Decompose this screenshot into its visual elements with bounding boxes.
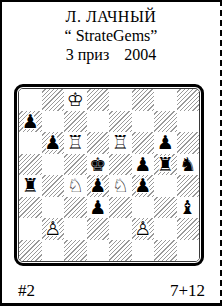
material-count-label: 7+12 bbox=[170, 281, 205, 301]
square-b7[interactable] bbox=[42, 111, 65, 133]
square-h3[interactable]: ♝ bbox=[177, 197, 200, 219]
square-e5[interactable] bbox=[109, 154, 132, 176]
square-d5[interactable]: ♚ bbox=[87, 154, 110, 176]
white-king-piece: ♔ bbox=[67, 90, 84, 109]
black-pawn-piece: ♟ bbox=[134, 176, 151, 195]
black-rook-piece: ♜ bbox=[22, 176, 39, 195]
square-e4[interactable]: ♘ bbox=[109, 175, 132, 197]
square-d6[interactable] bbox=[87, 132, 110, 154]
black-pawn-piece: ♟ bbox=[157, 133, 174, 152]
problem-header: Л. ЛАЧНЫЙ “ StrateGems” 3 приз 2004 bbox=[2, 2, 220, 64]
square-d8[interactable] bbox=[87, 89, 110, 111]
chess-problem-diagram: Л. ЛАЧНЫЙ “ StrateGems” 3 приз 2004 ♔♟♟♖… bbox=[0, 0, 222, 306]
square-b1[interactable] bbox=[42, 240, 65, 262]
square-h2[interactable] bbox=[177, 218, 200, 240]
square-f1[interactable] bbox=[132, 240, 155, 262]
square-h1[interactable] bbox=[177, 240, 200, 262]
square-c4[interactable]: ♘ bbox=[64, 175, 87, 197]
black-bishop-piece: ♝ bbox=[179, 198, 196, 217]
square-f2[interactable]: ♙ bbox=[132, 218, 155, 240]
square-g8[interactable] bbox=[154, 89, 177, 111]
black-pawn-piece: ♟ bbox=[44, 133, 61, 152]
white-rook-piece: ♖ bbox=[67, 133, 84, 152]
white-pawn-piece: ♙ bbox=[134, 219, 151, 238]
prize-label: 3 приз bbox=[66, 45, 109, 64]
caption-row: #2 7+12 bbox=[2, 281, 220, 301]
square-c2[interactable] bbox=[64, 218, 87, 240]
square-b4[interactable] bbox=[42, 175, 65, 197]
black-knight-piece: ♞ bbox=[179, 155, 196, 174]
black-rook-piece: ♜ bbox=[157, 155, 174, 174]
black-pawn-piece: ♟ bbox=[134, 155, 151, 174]
square-d4[interactable]: ♟ bbox=[87, 175, 110, 197]
square-h7[interactable] bbox=[177, 111, 200, 133]
square-f3[interactable] bbox=[132, 197, 155, 219]
square-f5[interactable]: ♟ bbox=[132, 154, 155, 176]
square-c6[interactable]: ♖ bbox=[64, 132, 87, 154]
white-knight-piece: ♘ bbox=[112, 176, 129, 195]
black-pawn-piece: ♟ bbox=[89, 198, 106, 217]
square-c7[interactable] bbox=[64, 111, 87, 133]
square-e8[interactable] bbox=[109, 89, 132, 111]
chess-board-frame: ♔♟♟♖♖♟♚♟♜♞♜♘♟♘♟♟♝♙♙ bbox=[14, 84, 204, 266]
square-h5[interactable]: ♞ bbox=[177, 154, 200, 176]
chess-board[interactable]: ♔♟♟♖♖♟♚♟♜♞♜♘♟♘♟♟♝♙♙ bbox=[19, 89, 199, 261]
square-b8[interactable] bbox=[42, 89, 65, 111]
square-a6[interactable] bbox=[19, 132, 42, 154]
square-g4[interactable] bbox=[154, 175, 177, 197]
square-b6[interactable]: ♟ bbox=[42, 132, 65, 154]
square-h6[interactable] bbox=[177, 132, 200, 154]
author-name: Л. ЛАЧНЫЙ bbox=[2, 7, 220, 26]
square-e1[interactable] bbox=[109, 240, 132, 262]
stipulation-label: #2 bbox=[18, 281, 35, 301]
square-d3[interactable]: ♟ bbox=[87, 197, 110, 219]
square-g5[interactable]: ♜ bbox=[154, 154, 177, 176]
black-pawn-piece: ♟ bbox=[89, 176, 106, 195]
square-h4[interactable] bbox=[177, 175, 200, 197]
square-a1[interactable] bbox=[19, 240, 42, 262]
square-c3[interactable] bbox=[64, 197, 87, 219]
prize-line: 3 приз 2004 bbox=[2, 45, 220, 64]
square-e3[interactable] bbox=[109, 197, 132, 219]
square-c8[interactable]: ♔ bbox=[64, 89, 87, 111]
square-g1[interactable] bbox=[154, 240, 177, 262]
square-d7[interactable] bbox=[87, 111, 110, 133]
black-pawn-piece: ♟ bbox=[22, 112, 39, 131]
square-g6[interactable]: ♟ bbox=[154, 132, 177, 154]
source-publication: “ StrateGems” bbox=[2, 26, 220, 45]
chess-board-inner-frame: ♔♟♟♖♖♟♚♟♜♞♜♘♟♘♟♟♝♙♙ bbox=[18, 88, 200, 262]
black-king-piece: ♚ bbox=[89, 155, 106, 174]
square-a4[interactable]: ♜ bbox=[19, 175, 42, 197]
square-g7[interactable] bbox=[154, 111, 177, 133]
square-d2[interactable] bbox=[87, 218, 110, 240]
white-knight-piece: ♘ bbox=[67, 176, 84, 195]
square-a2[interactable] bbox=[19, 218, 42, 240]
square-a7[interactable]: ♟ bbox=[19, 111, 42, 133]
square-a8[interactable] bbox=[19, 89, 42, 111]
white-rook-piece: ♖ bbox=[112, 133, 129, 152]
white-pawn-piece: ♙ bbox=[44, 219, 61, 238]
square-g2[interactable] bbox=[154, 218, 177, 240]
square-h8[interactable] bbox=[177, 89, 200, 111]
square-c1[interactable] bbox=[64, 240, 87, 262]
square-e6[interactable]: ♖ bbox=[109, 132, 132, 154]
square-g3[interactable] bbox=[154, 197, 177, 219]
square-c5[interactable] bbox=[64, 154, 87, 176]
square-f8[interactable] bbox=[132, 89, 155, 111]
square-f4[interactable]: ♟ bbox=[132, 175, 155, 197]
square-b3[interactable] bbox=[42, 197, 65, 219]
square-b5[interactable] bbox=[42, 154, 65, 176]
square-a5[interactable] bbox=[19, 154, 42, 176]
square-e2[interactable] bbox=[109, 218, 132, 240]
square-f6[interactable] bbox=[132, 132, 155, 154]
square-e7[interactable] bbox=[109, 111, 132, 133]
square-a3[interactable] bbox=[19, 197, 42, 219]
square-d1[interactable] bbox=[87, 240, 110, 262]
square-b2[interactable]: ♙ bbox=[42, 218, 65, 240]
square-f7[interactable] bbox=[132, 111, 155, 133]
year-label: 2004 bbox=[124, 45, 156, 64]
